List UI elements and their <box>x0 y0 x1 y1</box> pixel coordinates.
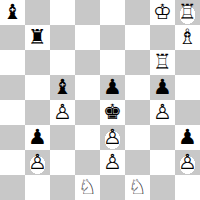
square-b4[interactable] <box>25 100 50 125</box>
square-f5[interactable] <box>125 75 150 100</box>
square-e7[interactable] <box>100 25 125 50</box>
square-d5[interactable] <box>75 75 100 100</box>
square-e6[interactable] <box>100 50 125 75</box>
square-d2[interactable] <box>75 150 100 175</box>
square-d3[interactable] <box>75 125 100 150</box>
square-a5[interactable] <box>0 75 25 100</box>
square-g4[interactable]: ♙ <box>150 100 175 125</box>
black-king[interactable]: ♚ <box>100 100 125 125</box>
black-pawn[interactable]: ♟ <box>175 125 200 150</box>
white-knight[interactable]: ♘ <box>75 175 100 200</box>
square-a8[interactable]: ♝ <box>0 0 25 25</box>
black-pawn[interactable]: ♟ <box>25 125 50 150</box>
chess-board: ♝♔♖♜♗♖♝♟♟♙♚♙♟♙♟♙♙♙♘♘ <box>0 0 200 200</box>
black-pawn[interactable]: ♟ <box>150 75 175 100</box>
square-f7[interactable] <box>125 25 150 50</box>
square-c4[interactable]: ♙ <box>50 100 75 125</box>
square-h2[interactable]: ♙ <box>175 150 200 175</box>
square-g8[interactable]: ♔ <box>150 0 175 25</box>
square-g3[interactable] <box>150 125 175 150</box>
square-a3[interactable] <box>0 125 25 150</box>
white-pawn[interactable]: ♙ <box>100 150 125 175</box>
square-g2[interactable] <box>150 150 175 175</box>
square-d7[interactable] <box>75 25 100 50</box>
white-pawn[interactable]: ♙ <box>100 125 125 150</box>
square-g1[interactable] <box>150 175 175 200</box>
square-h5[interactable] <box>175 75 200 100</box>
square-a7[interactable] <box>0 25 25 50</box>
square-h3[interactable]: ♟ <box>175 125 200 150</box>
white-pawn[interactable]: ♙ <box>50 100 75 125</box>
white-pawn[interactable]: ♙ <box>150 100 175 125</box>
square-e3[interactable]: ♙ <box>100 125 125 150</box>
square-b6[interactable] <box>25 50 50 75</box>
square-h1[interactable] <box>175 175 200 200</box>
square-b3[interactable]: ♟ <box>25 125 50 150</box>
square-a6[interactable] <box>0 50 25 75</box>
square-a4[interactable] <box>0 100 25 125</box>
square-h7[interactable]: ♗ <box>175 25 200 50</box>
square-e4[interactable]: ♚ <box>100 100 125 125</box>
black-pawn[interactable]: ♟ <box>100 75 125 100</box>
square-f3[interactable] <box>125 125 150 150</box>
square-b1[interactable] <box>25 175 50 200</box>
square-d1[interactable]: ♘ <box>75 175 100 200</box>
square-b2[interactable]: ♙ <box>25 150 50 175</box>
black-bishop[interactable]: ♝ <box>50 75 75 100</box>
square-g7[interactable] <box>150 25 175 50</box>
black-rook[interactable]: ♜ <box>25 25 50 50</box>
white-pawn[interactable]: ♙ <box>175 150 200 175</box>
square-f1[interactable]: ♘ <box>125 175 150 200</box>
square-e1[interactable] <box>100 175 125 200</box>
black-bishop[interactable]: ♝ <box>0 0 25 25</box>
square-h8[interactable]: ♖ <box>175 0 200 25</box>
square-d8[interactable] <box>75 0 100 25</box>
white-pawn[interactable]: ♙ <box>25 150 50 175</box>
square-c3[interactable] <box>50 125 75 150</box>
square-f2[interactable] <box>125 150 150 175</box>
square-d6[interactable] <box>75 50 100 75</box>
square-f8[interactable] <box>125 0 150 25</box>
square-b5[interactable] <box>25 75 50 100</box>
square-c7[interactable] <box>50 25 75 50</box>
square-h6[interactable] <box>175 50 200 75</box>
square-g6[interactable]: ♖ <box>150 50 175 75</box>
square-c5[interactable]: ♝ <box>50 75 75 100</box>
square-e2[interactable]: ♙ <box>100 150 125 175</box>
square-h4[interactable] <box>175 100 200 125</box>
square-c8[interactable] <box>50 0 75 25</box>
square-f6[interactable] <box>125 50 150 75</box>
square-c6[interactable] <box>50 50 75 75</box>
square-a2[interactable] <box>0 150 25 175</box>
square-a1[interactable] <box>0 175 25 200</box>
square-d4[interactable] <box>75 100 100 125</box>
square-b8[interactable] <box>25 0 50 25</box>
square-c2[interactable] <box>50 150 75 175</box>
square-e5[interactable]: ♟ <box>100 75 125 100</box>
square-f4[interactable] <box>125 100 150 125</box>
square-b7[interactable]: ♜ <box>25 25 50 50</box>
square-e8[interactable] <box>100 0 125 25</box>
square-c1[interactable] <box>50 175 75 200</box>
white-rook[interactable]: ♖ <box>150 50 175 75</box>
white-king[interactable]: ♔ <box>150 0 175 25</box>
white-rook[interactable]: ♖ <box>175 0 200 25</box>
white-knight[interactable]: ♘ <box>125 175 150 200</box>
white-bishop[interactable]: ♗ <box>175 25 200 50</box>
square-g5[interactable]: ♟ <box>150 75 175 100</box>
